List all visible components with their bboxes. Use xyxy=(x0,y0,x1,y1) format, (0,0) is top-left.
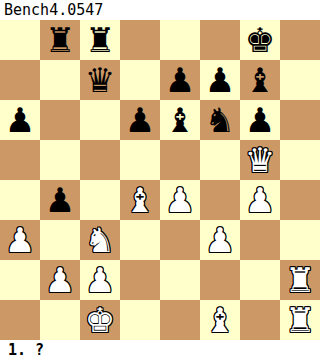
piece-black-rook[interactable]: ♜ xyxy=(45,20,75,60)
piece-black-knight[interactable]: ♞ xyxy=(205,100,235,140)
square-c3[interactable]: ♞ xyxy=(80,220,120,260)
square-e2[interactable] xyxy=(160,260,200,300)
square-b6[interactable] xyxy=(40,100,80,140)
square-a3[interactable]: ♟ xyxy=(0,220,40,260)
square-c2[interactable]: ♟ xyxy=(80,260,120,300)
square-b5[interactable] xyxy=(40,140,80,180)
piece-black-queen[interactable]: ♛ xyxy=(85,60,115,100)
square-e7[interactable]: ♟ xyxy=(160,60,200,100)
square-e8[interactable] xyxy=(160,20,200,60)
square-f4[interactable] xyxy=(200,180,240,220)
square-e4[interactable]: ♟ xyxy=(160,180,200,220)
piece-black-pawn[interactable]: ♟ xyxy=(45,180,75,220)
square-b3[interactable] xyxy=(40,220,80,260)
square-b8[interactable]: ♜ xyxy=(40,20,80,60)
square-f3[interactable]: ♟ xyxy=(200,220,240,260)
square-b2[interactable]: ♟ xyxy=(40,260,80,300)
move-prompt: 1. ? xyxy=(0,340,320,360)
square-h4[interactable] xyxy=(280,180,320,220)
chess-app-window: Bench4.0547 ♜♜♚♛♟♟♝♟♟♝♞♟♛♟♝♟♟♟♞♟♟♟♜♚♝♜ 1… xyxy=(0,0,320,360)
piece-white-rook[interactable]: ♜ xyxy=(285,300,315,340)
piece-black-pawn[interactable]: ♟ xyxy=(165,60,195,100)
square-h3[interactable] xyxy=(280,220,320,260)
piece-black-pawn[interactable]: ♟ xyxy=(205,60,235,100)
square-h7[interactable] xyxy=(280,60,320,100)
square-a1[interactable] xyxy=(0,300,40,340)
square-c7[interactable]: ♛ xyxy=(80,60,120,100)
piece-black-king[interactable]: ♚ xyxy=(245,20,275,60)
piece-black-bishop[interactable]: ♝ xyxy=(245,60,275,100)
square-f6[interactable]: ♞ xyxy=(200,100,240,140)
square-d1[interactable] xyxy=(120,300,160,340)
square-d8[interactable] xyxy=(120,20,160,60)
square-f1[interactable]: ♝ xyxy=(200,300,240,340)
piece-white-rook[interactable]: ♜ xyxy=(285,260,315,300)
square-b4[interactable]: ♟ xyxy=(40,180,80,220)
piece-white-pawn[interactable]: ♟ xyxy=(45,260,75,300)
square-c4[interactable] xyxy=(80,180,120,220)
square-a4[interactable] xyxy=(0,180,40,220)
square-h6[interactable] xyxy=(280,100,320,140)
square-g4[interactable]: ♟ xyxy=(240,180,280,220)
square-c8[interactable]: ♜ xyxy=(80,20,120,60)
square-h2[interactable]: ♜ xyxy=(280,260,320,300)
piece-white-pawn[interactable]: ♟ xyxy=(5,220,35,260)
square-h8[interactable] xyxy=(280,20,320,60)
piece-white-pawn[interactable]: ♟ xyxy=(85,260,115,300)
square-d7[interactable] xyxy=(120,60,160,100)
square-f7[interactable]: ♟ xyxy=(200,60,240,100)
square-e3[interactable] xyxy=(160,220,200,260)
square-d2[interactable] xyxy=(120,260,160,300)
square-b7[interactable] xyxy=(40,60,80,100)
square-c6[interactable] xyxy=(80,100,120,140)
square-h5[interactable] xyxy=(280,140,320,180)
square-a7[interactable] xyxy=(0,60,40,100)
square-a5[interactable] xyxy=(0,140,40,180)
piece-white-queen[interactable]: ♛ xyxy=(245,140,275,180)
square-g1[interactable] xyxy=(240,300,280,340)
square-a8[interactable] xyxy=(0,20,40,60)
piece-black-pawn[interactable]: ♟ xyxy=(5,100,35,140)
square-a6[interactable]: ♟ xyxy=(0,100,40,140)
piece-black-pawn[interactable]: ♟ xyxy=(245,100,275,140)
square-b1[interactable] xyxy=(40,300,80,340)
square-d6[interactable]: ♟ xyxy=(120,100,160,140)
piece-black-rook[interactable]: ♜ xyxy=(85,20,115,60)
square-g8[interactable]: ♚ xyxy=(240,20,280,60)
piece-white-bishop[interactable]: ♝ xyxy=(125,180,155,220)
square-c5[interactable] xyxy=(80,140,120,180)
square-g2[interactable] xyxy=(240,260,280,300)
piece-black-pawn[interactable]: ♟ xyxy=(125,100,155,140)
piece-white-bishop[interactable]: ♝ xyxy=(205,300,235,340)
square-f2[interactable] xyxy=(200,260,240,300)
square-d5[interactable] xyxy=(120,140,160,180)
square-e1[interactable] xyxy=(160,300,200,340)
square-d4[interactable]: ♝ xyxy=(120,180,160,220)
square-f5[interactable] xyxy=(200,140,240,180)
square-e6[interactable]: ♝ xyxy=(160,100,200,140)
chess-board: ♜♜♚♛♟♟♝♟♟♝♞♟♛♟♝♟♟♟♞♟♟♟♜♚♝♜ xyxy=(0,20,320,340)
square-g7[interactable]: ♝ xyxy=(240,60,280,100)
piece-black-bishop[interactable]: ♝ xyxy=(165,100,195,140)
piece-white-king[interactable]: ♚ xyxy=(85,300,115,340)
square-g6[interactable]: ♟ xyxy=(240,100,280,140)
square-h1[interactable]: ♜ xyxy=(280,300,320,340)
square-c1[interactable]: ♚ xyxy=(80,300,120,340)
square-f8[interactable] xyxy=(200,20,240,60)
piece-white-knight[interactable]: ♞ xyxy=(85,220,115,260)
square-g3[interactable] xyxy=(240,220,280,260)
square-a2[interactable] xyxy=(0,260,40,300)
piece-white-pawn[interactable]: ♟ xyxy=(245,180,275,220)
piece-white-pawn[interactable]: ♟ xyxy=(165,180,195,220)
square-d3[interactable] xyxy=(120,220,160,260)
piece-white-pawn[interactable]: ♟ xyxy=(205,220,235,260)
window-title: Bench4.0547 xyxy=(0,0,320,20)
square-e5[interactable] xyxy=(160,140,200,180)
square-g5[interactable]: ♛ xyxy=(240,140,280,180)
